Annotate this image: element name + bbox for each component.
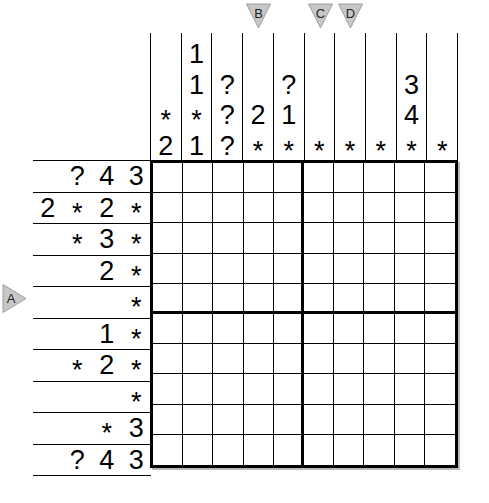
row-clue-cell: * [122, 193, 152, 224]
row-clues-7: *2* [33, 350, 151, 382]
grid-cell-r8c4[interactable] [244, 374, 274, 404]
col-clues-7: * [335, 33, 366, 161]
grid-cell-r3c5[interactable] [274, 223, 304, 253]
grid-cell-r5c7[interactable] [334, 284, 364, 314]
clue-value: * [72, 355, 83, 386]
grid-cell-r4c4[interactable] [244, 254, 274, 284]
row-clue-cell: ? [63, 161, 93, 192]
row-clue-cell: * [122, 319, 152, 350]
grid-cell-r6c3[interactable] [213, 314, 243, 344]
grid-cell-r1c1[interactable] [153, 163, 183, 193]
row-clue-cell: 2 [92, 350, 122, 381]
grid-cell-r4c10[interactable] [425, 254, 455, 284]
row-clue-cell: * [63, 193, 93, 224]
grid-cell-r1c8[interactable] [364, 163, 394, 193]
clue-value: 4 [404, 100, 419, 131]
col-clue-cell [151, 70, 181, 101]
marker-a: A [2, 283, 28, 314]
row-clue-cell: 2 [92, 256, 122, 287]
grid-cell-r2c7[interactable] [334, 193, 364, 223]
top-clues: *211*1???2*?1****34** [150, 33, 458, 161]
grid-cell-r9c1[interactable] [153, 405, 183, 435]
grid-cell-r9c10[interactable] [425, 405, 455, 435]
row-clue-cell: * [63, 224, 93, 255]
grid-cell-r2c1[interactable] [153, 193, 183, 223]
grid-cell-r3c1[interactable] [153, 223, 183, 253]
clue-value: ? [70, 445, 85, 476]
col-clue-cell [366, 39, 396, 70]
left-clues: ?432*2**3*2**1**2***3?43 [33, 160, 151, 468]
col-clue-cell [212, 39, 242, 70]
grid-cell-r4c3[interactable] [213, 254, 243, 284]
col-clue-cell: 1 [182, 70, 212, 101]
grid-cell-r3c8[interactable] [364, 223, 394, 253]
clue-value: 3 [404, 70, 419, 101]
clue-value: * [131, 386, 142, 417]
col-clue-cell [305, 100, 335, 131]
col-clue-cell: * [305, 131, 335, 162]
grid-cell-r6c8[interactable] [364, 314, 394, 344]
row-clue-cell: * [122, 382, 152, 413]
clue-value: ? [220, 70, 235, 101]
col-clues-8: * [366, 33, 397, 161]
row-clue-cell [33, 445, 63, 476]
row-clue-cell: 2 [92, 193, 122, 224]
marker-label: D [346, 6, 355, 21]
row-clue-cell [33, 350, 63, 381]
col-clue-cell [305, 70, 335, 101]
grid-cell-r1c4[interactable] [244, 163, 274, 193]
grid-cell-r3c7[interactable] [334, 223, 364, 253]
clue-value: 3 [129, 413, 144, 444]
clue-value: 1 [189, 70, 204, 101]
col-clue-cell [427, 100, 457, 131]
clue-value: 1 [281, 100, 296, 131]
row-clue-cell [33, 256, 63, 287]
grid-cell-r8c1[interactable] [153, 374, 183, 404]
row-clue-cell: 1 [92, 319, 122, 350]
row-clue-cell: * [122, 224, 152, 255]
col-clue-cell [427, 39, 457, 70]
row-clue-cell [33, 413, 63, 444]
grid-cell-r8c7[interactable] [334, 374, 364, 404]
grid-cell-r6c10[interactable] [425, 314, 455, 344]
row-clues-6: 1* [33, 319, 151, 351]
grid-cell-r3c6[interactable] [304, 223, 334, 253]
clue-value: * [131, 260, 142, 291]
grid-cell-r3c9[interactable] [395, 223, 425, 253]
row-clue-cell [33, 287, 63, 318]
clue-value: 4 [99, 445, 114, 476]
grid-cell-r3c4[interactable] [244, 223, 274, 253]
grid-cell-r8c2[interactable] [183, 374, 213, 404]
grid-cell-r9c3[interactable] [213, 405, 243, 435]
row-clues-1: ?43 [33, 161, 151, 193]
clue-value: 2 [40, 193, 55, 224]
grid-cell-r6c5[interactable] [274, 314, 304, 344]
col-clue-cell: * [243, 131, 273, 162]
col-clue-cell [335, 70, 365, 101]
grid-cell-r2c10[interactable] [425, 193, 455, 223]
grid-cell-r4c5[interactable] [274, 254, 304, 284]
grid-cell-r8c10[interactable] [425, 374, 455, 404]
grid-cell-r6c4[interactable] [244, 314, 274, 344]
grid-cell-r5c6[interactable] [304, 284, 334, 314]
grid-cell-r1c2[interactable] [183, 163, 213, 193]
grid-cell-r6c9[interactable] [395, 314, 425, 344]
grid-cell-r5c4[interactable] [244, 284, 274, 314]
grid-cell-r2c4[interactable] [244, 193, 274, 223]
grid-cell-r3c10[interactable] [425, 223, 455, 253]
grid-cell-r10c10[interactable] [425, 435, 455, 465]
grid-cell-r5c5[interactable] [274, 284, 304, 314]
marker-b: B [245, 3, 272, 30]
grid-cell-r8c3[interactable] [213, 374, 243, 404]
grid-cell-r1c9[interactable] [395, 163, 425, 193]
clue-value: 2 [250, 100, 265, 131]
grid-cell-r5c10[interactable] [425, 284, 455, 314]
grid-cell-r7c2[interactable] [183, 344, 213, 374]
row-clue-cell: ? [63, 445, 93, 476]
col-clue-cell [335, 100, 365, 131]
grid-cell-r4c7[interactable] [334, 254, 364, 284]
col-clue-cell: * [335, 131, 365, 162]
col-clues-1: *2 [151, 33, 182, 161]
col-clue-cell: ? [212, 70, 242, 101]
col-clue-cell [366, 100, 396, 131]
row-clue-cell: 3 [92, 224, 122, 255]
clue-value: * [72, 229, 83, 259]
grid-cell-r5c3[interactable] [213, 284, 243, 314]
clue-value: 3 [129, 161, 144, 192]
row-clue-cell: 3 [122, 413, 152, 444]
grid-cell-r4c2[interactable] [183, 254, 213, 284]
row-clues-10: ?43 [33, 445, 151, 477]
marker-label: C [316, 6, 325, 21]
grid-cell-r9c5[interactable] [274, 405, 304, 435]
grid-cell-r8c8[interactable] [364, 374, 394, 404]
col-clue-cell: * [397, 131, 427, 162]
grid-cell-r9c8[interactable] [364, 405, 394, 435]
col-clues-2: 11*1 [182, 33, 213, 161]
clue-value: 1 [189, 39, 204, 70]
clue-value: 2 [99, 256, 114, 287]
grid-cell-r2c5[interactable] [274, 193, 304, 223]
col-clue-cell: * [427, 131, 457, 162]
row-clues-9: *3 [33, 413, 151, 445]
row-clues-5: * [33, 287, 151, 319]
grid-cell-r4c1[interactable] [153, 254, 183, 284]
row-clue-cell: * [122, 256, 152, 287]
col-clue-cell: * [274, 131, 304, 162]
grid-cell-r7c8[interactable] [364, 344, 394, 374]
grid-cell-r5c8[interactable] [364, 284, 394, 314]
grid-cell-r9c9[interactable] [395, 405, 425, 435]
row-clue-cell [33, 319, 63, 350]
grid-cell-r4c8[interactable] [364, 254, 394, 284]
grid-cell-r5c9[interactable] [395, 284, 425, 314]
col-clues-3: ??? [212, 33, 243, 161]
col-clue-cell: 3 [397, 70, 427, 101]
grid-cell-r3c3[interactable] [213, 223, 243, 253]
grid-cell-r4c6[interactable] [304, 254, 334, 284]
grid-cell-r8c5[interactable] [274, 374, 304, 404]
row-clue-cell: 4 [92, 161, 122, 192]
col-clues-9: 34* [397, 33, 428, 161]
clue-value: 1 [99, 319, 114, 350]
grid-cell-r10c4[interactable] [244, 435, 274, 465]
row-clue-cell: * [122, 350, 152, 381]
clue-value: 4 [99, 161, 114, 192]
col-clue-cell [243, 39, 273, 70]
row-clues-4: 2* [33, 256, 151, 288]
grid-cell-r7c3[interactable] [213, 344, 243, 374]
grid-cell-r10c9[interactable] [395, 435, 425, 465]
row-clue-cell: 2 [33, 193, 63, 224]
clue-value: * [131, 323, 142, 354]
grid-cell-r1c7[interactable] [334, 163, 364, 193]
row-clue-cell [92, 287, 122, 318]
row-clue-cell: 3 [122, 161, 152, 192]
col-clue-cell [305, 39, 335, 70]
grid-cell-r10c5[interactable] [274, 435, 304, 465]
col-clue-cell: 1 [182, 39, 212, 70]
col-clues-10: * [427, 33, 458, 161]
grid-cell-r1c10[interactable] [425, 163, 455, 193]
grid-cell-r7c5[interactable] [274, 344, 304, 374]
col-clue-cell [397, 39, 427, 70]
row-clue-cell: 3 [122, 445, 152, 476]
grid-cell-r10c7[interactable] [334, 435, 364, 465]
marker-label: B [254, 6, 263, 21]
grid-cell-r5c1[interactable] [153, 284, 183, 314]
col-clue-cell [335, 39, 365, 70]
clue-value: * [131, 229, 142, 259]
clue-value: ? [70, 161, 85, 192]
grid-cell-r1c3[interactable] [213, 163, 243, 193]
row-clue-cell [63, 287, 93, 318]
grid-cell-r2c3[interactable] [213, 193, 243, 223]
col-clue-cell: 4 [397, 100, 427, 131]
grid-cell-r9c7[interactable] [334, 405, 364, 435]
col-clue-cell [243, 70, 273, 101]
col-clue-cell: * [151, 100, 181, 131]
grid-cell-r9c2[interactable] [183, 405, 213, 435]
grid-cell-r10c3[interactable] [213, 435, 243, 465]
col-clue-cell [151, 39, 181, 70]
clue-value: * [191, 105, 202, 136]
grid-cell-r9c4[interactable] [244, 405, 274, 435]
grid-cell-r5c2[interactable] [183, 284, 213, 314]
col-clue-cell [427, 70, 457, 101]
row-clue-cell [33, 224, 63, 255]
row-clues-3: *3* [33, 224, 151, 256]
marker-label: A [7, 291, 16, 306]
row-clue-cell: 4 [92, 445, 122, 476]
row-clue-cell [63, 382, 93, 413]
grid-cell-r7c9[interactable] [395, 344, 425, 374]
row-clue-cell: * [63, 350, 93, 381]
col-clue-cell: ? [274, 70, 304, 101]
col-clue-cell: * [182, 100, 212, 131]
grid-cell-r4c9[interactable] [395, 254, 425, 284]
grid-cell-r10c6[interactable] [304, 435, 334, 465]
grid-cell-r10c2[interactable] [183, 435, 213, 465]
row-clue-cell: * [92, 413, 122, 444]
col-clues-5: ?1* [274, 33, 305, 161]
clue-value: * [72, 197, 83, 228]
grid-cell-r7c7[interactable] [334, 344, 364, 374]
grid-cell-r8c9[interactable] [395, 374, 425, 404]
grid-cell-r6c1[interactable] [153, 314, 183, 344]
grid-cell-r6c7[interactable] [334, 314, 364, 344]
row-clue-cell [92, 382, 122, 413]
col-clue-cell: * [366, 131, 396, 162]
grid-cell-r8c6[interactable] [304, 374, 334, 404]
clue-value: * [131, 292, 142, 323]
grid-cell-r7c4[interactable] [244, 344, 274, 374]
marker-d: D [337, 3, 364, 30]
grid-cell-r3c2[interactable] [183, 223, 213, 253]
grid-cell-r9c6[interactable] [304, 405, 334, 435]
grid-cell-r6c2[interactable] [183, 314, 213, 344]
row-clue-cell [33, 382, 63, 413]
grid-cell-r2c8[interactable] [364, 193, 394, 223]
col-clue-cell: ? [212, 131, 242, 162]
puzzle-grid [150, 160, 458, 468]
grid-cell-r2c9[interactable] [395, 193, 425, 223]
grid-cell-r2c6[interactable] [304, 193, 334, 223]
row-clue-cell [33, 161, 63, 192]
clue-value: 3 [129, 445, 144, 476]
clue-value: 2 [99, 193, 114, 224]
grid-cell-r7c6[interactable] [304, 344, 334, 374]
row-clues-2: 2*2* [33, 193, 151, 225]
clue-value: * [161, 105, 172, 136]
grid-cell-r7c1[interactable] [153, 344, 183, 374]
col-clues-6: * [305, 33, 336, 161]
row-clues-8: * [33, 382, 151, 414]
clue-value: ? [220, 100, 235, 131]
clue-value: 2 [99, 350, 114, 381]
clue-value: ? [220, 131, 235, 162]
col-clue-cell [274, 39, 304, 70]
clue-value: * [131, 355, 142, 386]
row-clue-cell [63, 256, 93, 287]
clue-value: * [131, 197, 142, 228]
clue-value: ? [281, 70, 296, 101]
grid-cell-r1c6[interactable] [304, 163, 334, 193]
grid-cell-r10c1[interactable] [153, 435, 183, 465]
grid-cell-r2c2[interactable] [183, 193, 213, 223]
grid-cell-r1c5[interactable] [274, 163, 304, 193]
col-clue-cell: ? [212, 100, 242, 131]
col-clues-4: 2* [243, 33, 274, 161]
clue-value: 3 [99, 224, 114, 255]
grid-cell-r7c10[interactable] [425, 344, 455, 374]
clue-value: * [101, 418, 112, 449]
grid-cell-r10c8[interactable] [364, 435, 394, 465]
row-clue-cell [63, 413, 93, 444]
col-clue-cell [366, 70, 396, 101]
col-clue-cell: 2 [243, 100, 273, 131]
row-clue-cell [63, 319, 93, 350]
marker-c: C [307, 3, 334, 30]
grid-cell-r6c6[interactable] [304, 314, 334, 344]
row-clue-cell: * [122, 287, 152, 318]
col-clue-cell: 1 [274, 100, 304, 131]
